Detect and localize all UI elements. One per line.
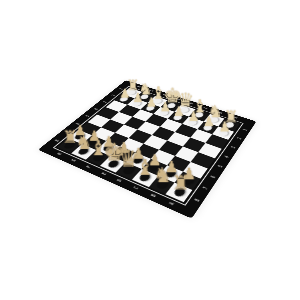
rook-icon: ♜ [167,173,193,193]
coordinate-label-4: 4 [92,106,100,111]
chess-mat: HGFEDCBAHGFEDCBA8765432187654321 ♜♞♝♛♚♝♞… [38,80,256,218]
coordinate-label-6: 6 [208,173,217,180]
coordinate-label-3: 3 [229,144,237,150]
coordinate-label-G: G [68,157,78,164]
coordinate-label-5: 5 [83,114,91,119]
coordinate-label-4: 4 [222,153,230,159]
coordinate-label-H: H [54,151,64,157]
coordinate-label-A: A [166,200,176,208]
coordinate-label-E: E [98,170,108,177]
coordinate-label-2: 2 [235,135,243,141]
coordinate-label-B: B [148,192,158,200]
product-photo-scene: HGFEDCBAHGFEDCBA8765432187654321 ♜♞♝♛♚♝♞… [0,0,300,300]
coordinate-label-D: D [114,177,124,184]
coordinate-label-7: 7 [200,184,209,192]
coordinate-label-C: C [131,184,141,192]
coordinate-label-5: 5 [215,163,224,170]
coordinate-label-8: 8 [192,196,202,204]
board-perspective-wrapper: HGFEDCBAHGFEDCBA8765432187654321 ♜♞♝♛♚♝♞… [0,0,300,300]
coordinate-label-1: 1 [241,127,248,132]
pawn-icon: ♟ [213,119,235,133]
coordinate-label-F: F [83,164,93,171]
coordinate-label-3: 3 [100,100,108,105]
